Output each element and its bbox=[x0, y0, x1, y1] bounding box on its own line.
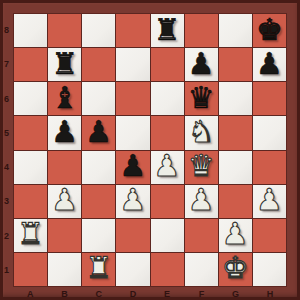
square-a4[interactable] bbox=[14, 151, 47, 184]
square-b4[interactable] bbox=[48, 151, 81, 184]
square-d3[interactable]: ♟ bbox=[116, 185, 149, 218]
square-b8[interactable] bbox=[48, 14, 81, 47]
square-b7[interactable]: ♜ bbox=[48, 48, 81, 81]
rank-label-4: 4 bbox=[0, 150, 13, 184]
square-g5[interactable] bbox=[219, 116, 252, 149]
black-queen-f6[interactable]: ♛ bbox=[188, 83, 215, 113]
square-f4[interactable]: ♛ bbox=[185, 151, 218, 184]
black-pawn-d4[interactable]: ♟ bbox=[119, 151, 146, 181]
white-rook-a2[interactable]: ♜ bbox=[17, 219, 44, 249]
square-h6[interactable] bbox=[253, 82, 286, 115]
file-label-g: G bbox=[219, 287, 253, 300]
square-h2[interactable] bbox=[253, 219, 286, 252]
rank-label-3: 3 bbox=[0, 184, 13, 218]
square-d1[interactable] bbox=[116, 253, 149, 286]
square-d7[interactable] bbox=[116, 48, 149, 81]
rank-label-6: 6 bbox=[0, 82, 13, 116]
square-e4[interactable]: ♟ bbox=[151, 151, 184, 184]
rank-label-1: 1 bbox=[0, 253, 13, 287]
square-g1[interactable]: ♚ bbox=[219, 253, 252, 286]
square-e7[interactable] bbox=[151, 48, 184, 81]
square-b5[interactable]: ♟ bbox=[48, 116, 81, 149]
square-f5[interactable]: ♞ bbox=[185, 116, 218, 149]
black-pawn-f7[interactable]: ♟ bbox=[188, 49, 215, 79]
black-rook-b7[interactable]: ♜ bbox=[51, 49, 78, 79]
square-d8[interactable] bbox=[116, 14, 149, 47]
square-b1[interactable] bbox=[48, 253, 81, 286]
square-a7[interactable] bbox=[14, 48, 47, 81]
white-king-g1[interactable]: ♚ bbox=[222, 253, 249, 283]
square-d5[interactable] bbox=[116, 116, 149, 149]
square-e1[interactable] bbox=[151, 253, 184, 286]
square-e8[interactable]: ♜ bbox=[151, 14, 184, 47]
square-f7[interactable]: ♟ bbox=[185, 48, 218, 81]
square-h3[interactable]: ♟ bbox=[253, 185, 286, 218]
square-f2[interactable] bbox=[185, 219, 218, 252]
square-g3[interactable] bbox=[219, 185, 252, 218]
white-rook-c1[interactable]: ♜ bbox=[85, 253, 112, 283]
square-e5[interactable] bbox=[151, 116, 184, 149]
square-c8[interactable] bbox=[82, 14, 115, 47]
white-pawn-h3[interactable]: ♟ bbox=[256, 185, 283, 215]
square-e3[interactable] bbox=[151, 185, 184, 218]
square-g2[interactable]: ♟ bbox=[219, 219, 252, 252]
file-label-b: B bbox=[47, 287, 81, 300]
black-pawn-b5[interactable]: ♟ bbox=[51, 117, 78, 147]
square-c3[interactable] bbox=[82, 185, 115, 218]
square-f8[interactable] bbox=[185, 14, 218, 47]
white-pawn-g2[interactable]: ♟ bbox=[222, 219, 249, 249]
square-d4[interactable]: ♟ bbox=[116, 151, 149, 184]
white-pawn-d3[interactable]: ♟ bbox=[119, 185, 146, 215]
square-f1[interactable] bbox=[185, 253, 218, 286]
black-pawn-c5[interactable]: ♟ bbox=[85, 117, 112, 147]
black-bishop-b6[interactable]: ♝ bbox=[51, 83, 78, 113]
square-g7[interactable] bbox=[219, 48, 252, 81]
square-g8[interactable] bbox=[219, 14, 252, 47]
rank-label-7: 7 bbox=[0, 47, 13, 81]
black-rook-e8[interactable]: ♜ bbox=[154, 15, 181, 45]
square-c6[interactable] bbox=[82, 82, 115, 115]
file-labels: ABCDEFGH bbox=[13, 287, 287, 300]
file-label-f: F bbox=[184, 287, 218, 300]
square-a1[interactable] bbox=[14, 253, 47, 286]
square-f6[interactable]: ♛ bbox=[185, 82, 218, 115]
square-a6[interactable] bbox=[14, 82, 47, 115]
square-d6[interactable] bbox=[116, 82, 149, 115]
file-label-h: H bbox=[253, 287, 287, 300]
rank-labels: 87654321 bbox=[0, 13, 13, 287]
square-h8[interactable]: ♚ bbox=[253, 14, 286, 47]
file-label-c: C bbox=[82, 287, 116, 300]
white-knight-f5[interactable]: ♞ bbox=[188, 117, 215, 147]
black-king-h8[interactable]: ♚ bbox=[256, 15, 283, 45]
square-b2[interactable] bbox=[48, 219, 81, 252]
square-e6[interactable] bbox=[151, 82, 184, 115]
square-c7[interactable] bbox=[82, 48, 115, 81]
square-b6[interactable]: ♝ bbox=[48, 82, 81, 115]
file-label-e: E bbox=[150, 287, 184, 300]
chess-board-frame: ♜♚♜♟♟♝♛♟♟♞♟♟♛♟♟♟♟♜♟♜♚ 87654321 ABCDEFGH bbox=[0, 0, 300, 300]
chess-board: ♜♚♜♟♟♝♛♟♟♞♟♟♛♟♟♟♟♜♟♜♚ bbox=[13, 13, 287, 287]
square-h4[interactable] bbox=[253, 151, 286, 184]
square-a5[interactable] bbox=[14, 116, 47, 149]
file-label-d: D bbox=[116, 287, 150, 300]
square-a2[interactable]: ♜ bbox=[14, 219, 47, 252]
white-queen-f4[interactable]: ♛ bbox=[188, 151, 215, 181]
square-g4[interactable] bbox=[219, 151, 252, 184]
white-pawn-f3[interactable]: ♟ bbox=[188, 185, 215, 215]
rank-label-5: 5 bbox=[0, 116, 13, 150]
file-label-a: A bbox=[13, 287, 47, 300]
square-e2[interactable] bbox=[151, 219, 184, 252]
rank-label-2: 2 bbox=[0, 219, 13, 253]
square-b3[interactable]: ♟ bbox=[48, 185, 81, 218]
square-d2[interactable] bbox=[116, 219, 149, 252]
square-c2[interactable] bbox=[82, 219, 115, 252]
square-h1[interactable] bbox=[253, 253, 286, 286]
square-g6[interactable] bbox=[219, 82, 252, 115]
square-c4[interactable] bbox=[82, 151, 115, 184]
square-a8[interactable] bbox=[14, 14, 47, 47]
black-pawn-h7[interactable]: ♟ bbox=[256, 49, 283, 79]
white-pawn-e4[interactable]: ♟ bbox=[154, 151, 181, 181]
square-f3[interactable]: ♟ bbox=[185, 185, 218, 218]
square-c1[interactable]: ♜ bbox=[82, 253, 115, 286]
square-a3[interactable] bbox=[14, 185, 47, 218]
square-h7[interactable]: ♟ bbox=[253, 48, 286, 81]
square-h5[interactable] bbox=[253, 116, 286, 149]
rank-label-8: 8 bbox=[0, 13, 13, 47]
white-pawn-b3[interactable]: ♟ bbox=[51, 185, 78, 215]
square-c5[interactable]: ♟ bbox=[82, 116, 115, 149]
